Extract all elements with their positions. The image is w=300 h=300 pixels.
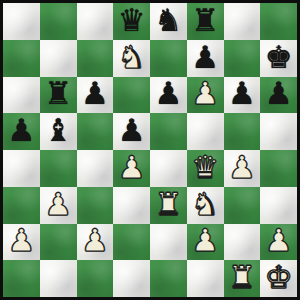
square-b8[interactable] — [40, 3, 77, 40]
piece-white-pawn[interactable]: ♟ — [191, 225, 219, 256]
piece-white-queen[interactable]: ♛ — [191, 152, 219, 183]
square-f7[interactable]: ♟ — [187, 40, 224, 77]
piece-white-rook[interactable]: ♜ — [154, 189, 182, 220]
piece-black-bishop[interactable]: ♝ — [44, 115, 72, 146]
square-h7[interactable]: ♚ — [260, 40, 297, 77]
square-b4[interactable] — [40, 150, 77, 187]
square-h1[interactable]: ♚ — [260, 260, 297, 297]
square-b5[interactable]: ♝ — [40, 113, 77, 150]
piece-white-pawn[interactable]: ♟ — [191, 78, 219, 109]
square-f5[interactable] — [187, 113, 224, 150]
square-d7[interactable]: ♞ — [113, 40, 150, 77]
square-g4[interactable]: ♟ — [224, 150, 261, 187]
piece-black-pawn[interactable]: ♟ — [81, 78, 109, 109]
square-a8[interactable] — [3, 3, 40, 40]
piece-black-pawn[interactable]: ♟ — [191, 42, 219, 73]
square-a2[interactable]: ♟ — [3, 224, 40, 261]
square-h6[interactable]: ♟ — [260, 77, 297, 114]
square-e3[interactable]: ♜ — [150, 187, 187, 224]
square-c2[interactable]: ♟ — [77, 224, 114, 261]
piece-black-pawn[interactable]: ♟ — [7, 115, 35, 146]
square-f3[interactable]: ♞ — [187, 187, 224, 224]
square-g2[interactable] — [224, 224, 261, 261]
square-f2[interactable]: ♟ — [187, 224, 224, 261]
piece-black-king[interactable]: ♚ — [265, 42, 293, 73]
square-a4[interactable] — [3, 150, 40, 187]
piece-white-king[interactable]: ♚ — [265, 262, 293, 293]
piece-black-pawn[interactable]: ♟ — [118, 115, 146, 146]
square-f1[interactable] — [187, 260, 224, 297]
square-f6[interactable]: ♟ — [187, 77, 224, 114]
square-c5[interactable] — [77, 113, 114, 150]
square-c7[interactable] — [77, 40, 114, 77]
square-c3[interactable] — [77, 187, 114, 224]
square-a5[interactable]: ♟ — [3, 113, 40, 150]
piece-black-rook[interactable]: ♜ — [44, 78, 72, 109]
square-a7[interactable] — [3, 40, 40, 77]
square-e4[interactable] — [150, 150, 187, 187]
square-c6[interactable]: ♟ — [77, 77, 114, 114]
piece-white-knight[interactable]: ♞ — [191, 189, 219, 220]
square-a1[interactable] — [3, 260, 40, 297]
square-f4[interactable]: ♛ — [187, 150, 224, 187]
square-e7[interactable] — [150, 40, 187, 77]
square-h8[interactable] — [260, 3, 297, 40]
piece-black-queen[interactable]: ♛ — [118, 5, 146, 36]
square-g1[interactable]: ♜ — [224, 260, 261, 297]
piece-white-pawn[interactable]: ♟ — [228, 152, 256, 183]
square-g7[interactable] — [224, 40, 261, 77]
square-c1[interactable] — [77, 260, 114, 297]
square-b7[interactable] — [40, 40, 77, 77]
square-d3[interactable] — [113, 187, 150, 224]
square-d5[interactable]: ♟ — [113, 113, 150, 150]
square-e6[interactable]: ♟ — [150, 77, 187, 114]
square-e1[interactable] — [150, 260, 187, 297]
square-b6[interactable]: ♜ — [40, 77, 77, 114]
square-c4[interactable] — [77, 150, 114, 187]
square-e8[interactable]: ♞ — [150, 3, 187, 40]
square-d6[interactable] — [113, 77, 150, 114]
square-e5[interactable] — [150, 113, 187, 150]
square-b2[interactable] — [40, 224, 77, 261]
square-g3[interactable] — [224, 187, 261, 224]
square-a3[interactable] — [3, 187, 40, 224]
square-g6[interactable]: ♟ — [224, 77, 261, 114]
square-d1[interactable] — [113, 260, 150, 297]
square-h4[interactable] — [260, 150, 297, 187]
board-frame: ♛♞♜♞♟♚♜♟♟♟♟♟♟♝♟♟♛♟♟♜♞♟♟♟♟♜♚ — [0, 0, 300, 300]
piece-white-pawn[interactable]: ♟ — [81, 225, 109, 256]
square-d8[interactable]: ♛ — [113, 3, 150, 40]
piece-black-pawn[interactable]: ♟ — [265, 78, 293, 109]
chess-board: ♛♞♜♞♟♚♜♟♟♟♟♟♟♝♟♟♛♟♟♜♞♟♟♟♟♜♚ — [3, 3, 297, 297]
piece-black-pawn[interactable]: ♟ — [154, 78, 182, 109]
piece-white-pawn[interactable]: ♟ — [44, 189, 72, 220]
square-a6[interactable] — [3, 77, 40, 114]
square-h2[interactable]: ♟ — [260, 224, 297, 261]
square-d2[interactable] — [113, 224, 150, 261]
square-b1[interactable] — [40, 260, 77, 297]
square-h5[interactable] — [260, 113, 297, 150]
square-g5[interactable] — [224, 113, 261, 150]
square-b3[interactable]: ♟ — [40, 187, 77, 224]
piece-white-knight[interactable]: ♞ — [118, 42, 146, 73]
square-d4[interactable]: ♟ — [113, 150, 150, 187]
piece-black-rook[interactable]: ♜ — [191, 5, 219, 36]
piece-white-rook[interactable]: ♜ — [228, 262, 256, 293]
piece-white-pawn[interactable]: ♟ — [265, 225, 293, 256]
piece-black-knight[interactable]: ♞ — [154, 5, 182, 36]
square-c8[interactable] — [77, 3, 114, 40]
piece-white-pawn[interactable]: ♟ — [118, 152, 146, 183]
square-f8[interactable]: ♜ — [187, 3, 224, 40]
piece-white-pawn[interactable]: ♟ — [7, 225, 35, 256]
square-e2[interactable] — [150, 224, 187, 261]
piece-black-pawn[interactable]: ♟ — [228, 78, 256, 109]
square-h3[interactable] — [260, 187, 297, 224]
square-g8[interactable] — [224, 3, 261, 40]
